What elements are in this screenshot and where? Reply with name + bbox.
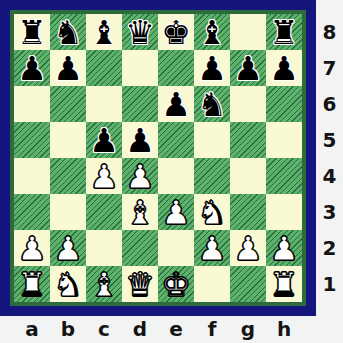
- square-c8[interactable]: ♝: [86, 14, 122, 50]
- square-g5[interactable]: [230, 122, 266, 158]
- square-e8[interactable]: ♚: [158, 14, 194, 50]
- square-e5[interactable]: [158, 122, 194, 158]
- black-pawn-e6[interactable]: ♟: [158, 86, 194, 122]
- white-pawn-d4[interactable]: ♟: [122, 158, 158, 194]
- square-d2[interactable]: [122, 230, 158, 266]
- square-d7[interactable]: [122, 50, 158, 86]
- rank-label-3: 3: [316, 194, 343, 230]
- white-bishop-c1[interactable]: ♝: [86, 266, 122, 302]
- square-a8[interactable]: ♜: [14, 14, 50, 50]
- board-outer-frame: ♜♞♝♛♚♝♜♟♟♟♟♟♟♞♟♟♟♟♝♟♞♟♟♟♟♟♜♞♝♛♚♜: [0, 0, 316, 316]
- rank-label-6: 6: [316, 86, 343, 122]
- square-h7[interactable]: ♟: [266, 50, 302, 86]
- square-h1[interactable]: ♜: [266, 266, 302, 302]
- black-rook-h8[interactable]: ♜: [266, 14, 302, 50]
- rank-label-5: 5: [316, 122, 343, 158]
- black-king-e8[interactable]: ♚: [158, 14, 194, 50]
- white-bishop-d3[interactable]: ♝: [122, 194, 158, 230]
- board-inner-frame: ♜♞♝♛♚♝♜♟♟♟♟♟♟♞♟♟♟♟♝♟♞♟♟♟♟♟♜♞♝♛♚♜: [10, 10, 306, 306]
- square-g1[interactable]: [230, 266, 266, 302]
- white-pawn-a2[interactable]: ♟: [14, 230, 50, 266]
- square-a4[interactable]: [14, 158, 50, 194]
- square-c2[interactable]: [86, 230, 122, 266]
- file-label-g: g: [230, 316, 266, 343]
- square-b8[interactable]: ♞: [50, 14, 86, 50]
- rank-label-4: 4: [316, 158, 343, 194]
- square-f3[interactable]: ♞: [194, 194, 230, 230]
- square-d3[interactable]: ♝: [122, 194, 158, 230]
- white-pawn-f2[interactable]: ♟: [194, 230, 230, 266]
- square-g3[interactable]: [230, 194, 266, 230]
- black-pawn-f7[interactable]: ♟: [194, 50, 230, 86]
- square-e7[interactable]: [158, 50, 194, 86]
- square-g8[interactable]: [230, 14, 266, 50]
- square-f7[interactable]: ♟: [194, 50, 230, 86]
- file-label-a: a: [14, 316, 50, 343]
- square-d5[interactable]: ♟: [122, 122, 158, 158]
- square-c6[interactable]: [86, 86, 122, 122]
- square-f1[interactable]: [194, 266, 230, 302]
- square-e4[interactable]: [158, 158, 194, 194]
- white-rook-h1[interactable]: ♜: [266, 266, 302, 302]
- square-c1[interactable]: ♝: [86, 266, 122, 302]
- file-label-h: h: [266, 316, 302, 343]
- black-rook-a8[interactable]: ♜: [14, 14, 50, 50]
- square-e3[interactable]: ♟: [158, 194, 194, 230]
- white-king-e1[interactable]: ♚: [158, 266, 194, 302]
- square-e2[interactable]: [158, 230, 194, 266]
- square-f4[interactable]: [194, 158, 230, 194]
- square-a2[interactable]: ♟: [14, 230, 50, 266]
- black-queen-d8[interactable]: ♛: [122, 14, 158, 50]
- file-label-f: f: [194, 316, 230, 343]
- square-c4[interactable]: ♟: [86, 158, 122, 194]
- white-pawn-c4[interactable]: ♟: [86, 158, 122, 194]
- square-d6[interactable]: [122, 86, 158, 122]
- square-b6[interactable]: [50, 86, 86, 122]
- file-label-b: b: [50, 316, 86, 343]
- white-rook-a1[interactable]: ♜: [14, 266, 50, 302]
- black-knight-b8[interactable]: ♞: [50, 14, 86, 50]
- black-pawn-c5[interactable]: ♟: [86, 122, 122, 158]
- white-knight-b1[interactable]: ♞: [50, 266, 86, 302]
- black-pawn-g7[interactable]: ♟: [230, 50, 266, 86]
- square-a3[interactable]: [14, 194, 50, 230]
- white-pawn-h2[interactable]: ♟: [266, 230, 302, 266]
- square-f5[interactable]: [194, 122, 230, 158]
- square-g6[interactable]: [230, 86, 266, 122]
- square-h2[interactable]: ♟: [266, 230, 302, 266]
- black-pawn-a7[interactable]: ♟: [14, 50, 50, 86]
- file-label-c: c: [86, 316, 122, 343]
- chess-diagram: ♜♞♝♛♚♝♜♟♟♟♟♟♟♞♟♟♟♟♝♟♞♟♟♟♟♟♜♞♝♛♚♜ abcdefg…: [0, 0, 343, 343]
- square-a5[interactable]: [14, 122, 50, 158]
- square-d4[interactable]: ♟: [122, 158, 158, 194]
- square-b1[interactable]: ♞: [50, 266, 86, 302]
- square-d1[interactable]: ♛: [122, 266, 158, 302]
- rank-label-8: 8: [316, 14, 343, 50]
- square-e6[interactable]: ♟: [158, 86, 194, 122]
- black-pawn-b7[interactable]: ♟: [50, 50, 86, 86]
- black-pawn-h7[interactable]: ♟: [266, 50, 302, 86]
- rank-label-2: 2: [316, 230, 343, 266]
- file-label-d: d: [122, 316, 158, 343]
- square-b3[interactable]: [50, 194, 86, 230]
- black-bishop-f8[interactable]: ♝: [194, 14, 230, 50]
- white-pawn-e3[interactable]: ♟: [158, 194, 194, 230]
- rank-label-7: 7: [316, 50, 343, 86]
- square-h5[interactable]: [266, 122, 302, 158]
- rank-label-1: 1: [316, 266, 343, 302]
- square-c3[interactable]: [86, 194, 122, 230]
- square-g2[interactable]: ♟: [230, 230, 266, 266]
- black-pawn-d5[interactable]: ♟: [122, 122, 158, 158]
- square-g7[interactable]: ♟: [230, 50, 266, 86]
- black-bishop-c8[interactable]: ♝: [86, 14, 122, 50]
- square-a1[interactable]: ♜: [14, 266, 50, 302]
- white-knight-f3[interactable]: ♞: [194, 194, 230, 230]
- square-a6[interactable]: [14, 86, 50, 122]
- white-queen-d1[interactable]: ♛: [122, 266, 158, 302]
- square-h6[interactable]: [266, 86, 302, 122]
- square-c5[interactable]: ♟: [86, 122, 122, 158]
- square-a7[interactable]: ♟: [14, 50, 50, 86]
- white-pawn-b2[interactable]: ♟: [50, 230, 86, 266]
- square-f8[interactable]: ♝: [194, 14, 230, 50]
- file-label-e: e: [158, 316, 194, 343]
- square-b7[interactable]: ♟: [50, 50, 86, 86]
- square-b5[interactable]: [50, 122, 86, 158]
- square-h8[interactable]: ♜: [266, 14, 302, 50]
- square-g4[interactable]: [230, 158, 266, 194]
- square-h3[interactable]: [266, 194, 302, 230]
- square-b4[interactable]: [50, 158, 86, 194]
- square-f2[interactable]: ♟: [194, 230, 230, 266]
- square-h4[interactable]: [266, 158, 302, 194]
- square-f6[interactable]: ♞: [194, 86, 230, 122]
- square-c7[interactable]: [86, 50, 122, 86]
- chess-board: ♜♞♝♛♚♝♜♟♟♟♟♟♟♞♟♟♟♟♝♟♞♟♟♟♟♟♜♞♝♛♚♜: [14, 14, 302, 302]
- black-knight-f6[interactable]: ♞: [194, 86, 230, 122]
- square-b2[interactable]: ♟: [50, 230, 86, 266]
- square-d8[interactable]: ♛: [122, 14, 158, 50]
- square-e1[interactable]: ♚: [158, 266, 194, 302]
- white-pawn-g2[interactable]: ♟: [230, 230, 266, 266]
